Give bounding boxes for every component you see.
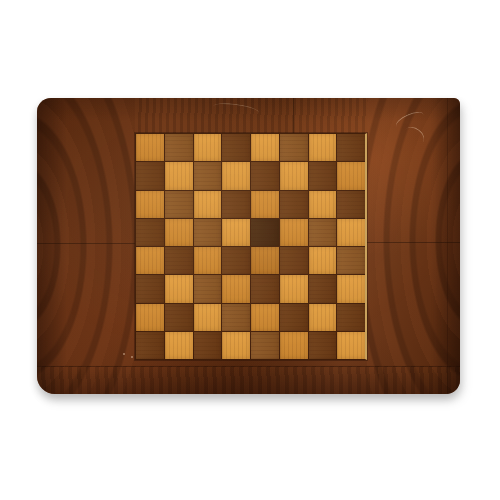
square-h6[interactable]	[337, 191, 365, 218]
square-h5[interactable]	[337, 219, 365, 246]
square-g7[interactable]	[309, 162, 337, 189]
square-d8[interactable]	[222, 134, 250, 161]
square-a4[interactable]	[136, 247, 164, 274]
square-a1[interactable]	[136, 332, 164, 359]
square-e5[interactable]	[251, 219, 279, 246]
square-h1[interactable]	[337, 332, 365, 359]
wear-speck	[131, 356, 133, 358]
square-g2[interactable]	[309, 304, 337, 331]
square-e4[interactable]	[251, 247, 279, 274]
square-c3[interactable]	[194, 275, 222, 302]
veneer-seam-left	[37, 243, 135, 244]
square-e8[interactable]	[251, 134, 279, 161]
square-b8[interactable]	[165, 134, 193, 161]
square-h2[interactable]	[337, 304, 365, 331]
square-d6[interactable]	[222, 191, 250, 218]
square-c2[interactable]	[194, 304, 222, 331]
square-g6[interactable]	[309, 191, 337, 218]
square-a7[interactable]	[136, 162, 164, 189]
square-f6[interactable]	[280, 191, 308, 218]
square-d7[interactable]	[222, 162, 250, 189]
square-d3[interactable]	[222, 275, 250, 302]
square-g1[interactable]	[309, 332, 337, 359]
scratch-mark	[400, 123, 428, 150]
square-f2[interactable]	[280, 304, 308, 331]
mahogany-veneer-left-panel	[37, 98, 135, 394]
square-f8[interactable]	[280, 134, 308, 161]
square-b1[interactable]	[165, 332, 193, 359]
square-c6[interactable]	[194, 191, 222, 218]
square-h4[interactable]	[337, 247, 365, 274]
square-g3[interactable]	[309, 275, 337, 302]
square-b6[interactable]	[165, 191, 193, 218]
square-c4[interactable]	[194, 247, 222, 274]
scratch-mark	[212, 101, 259, 118]
veneer-seam-top-center	[293, 98, 294, 133]
square-e2[interactable]	[251, 304, 279, 331]
games-table-top	[37, 98, 460, 394]
square-f4[interactable]	[280, 247, 308, 274]
square-g5[interactable]	[309, 219, 337, 246]
veneer-seam-right-edge	[447, 98, 448, 394]
square-c1[interactable]	[194, 332, 222, 359]
square-a5[interactable]	[136, 219, 164, 246]
square-f1[interactable]	[280, 332, 308, 359]
square-b2[interactable]	[165, 304, 193, 331]
square-d2[interactable]	[222, 304, 250, 331]
mahogany-veneer-right-panel	[367, 98, 460, 394]
square-h3[interactable]	[337, 275, 365, 302]
square-d5[interactable]	[222, 219, 250, 246]
square-h8[interactable]	[337, 134, 365, 161]
square-c8[interactable]	[194, 134, 222, 161]
square-a2[interactable]	[136, 304, 164, 331]
square-b4[interactable]	[165, 247, 193, 274]
square-b5[interactable]	[165, 219, 193, 246]
square-g4[interactable]	[309, 247, 337, 274]
photo-background	[0, 0, 500, 500]
square-a3[interactable]	[136, 275, 164, 302]
wear-speck	[123, 353, 125, 355]
square-a8[interactable]	[136, 134, 164, 161]
square-h7[interactable]	[337, 162, 365, 189]
square-e1[interactable]	[251, 332, 279, 359]
square-d1[interactable]	[222, 332, 250, 359]
chessboard	[135, 133, 367, 360]
square-f5[interactable]	[280, 219, 308, 246]
veneer-seam-right	[367, 242, 460, 243]
square-c7[interactable]	[194, 162, 222, 189]
square-b7[interactable]	[165, 162, 193, 189]
square-c5[interactable]	[194, 219, 222, 246]
square-f7[interactable]	[280, 162, 308, 189]
scratch-mark	[394, 108, 427, 132]
square-d4[interactable]	[222, 247, 250, 274]
square-a6[interactable]	[136, 191, 164, 218]
square-g8[interactable]	[309, 134, 337, 161]
square-b3[interactable]	[165, 275, 193, 302]
square-e6[interactable]	[251, 191, 279, 218]
mahogany-crossband-bottom	[37, 366, 460, 394]
square-e7[interactable]	[251, 162, 279, 189]
mahogany-crossband-top	[135, 98, 367, 133]
square-e3[interactable]	[251, 275, 279, 302]
square-f3[interactable]	[280, 275, 308, 302]
